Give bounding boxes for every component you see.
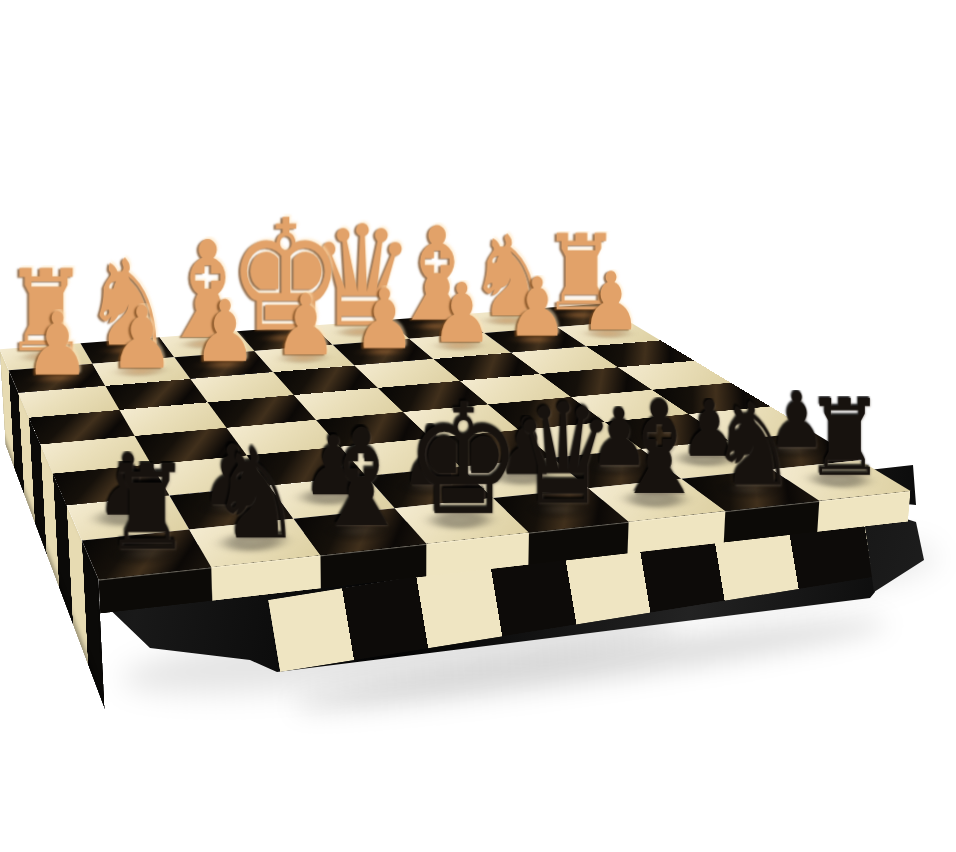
product-photo-canvas: ♜♞♝♚♛♝♞♜♟♟♟♟♟♟♟♟♟♟♟♟♟♟♟♟♜♞♝♚♛♝♞♜ — [0, 0, 956, 852]
chess-box-scene: ♜♞♝♚♛♝♞♜♟♟♟♟♟♟♟♟♟♟♟♟♟♟♟♟♜♞♝♚♛♝♞♜ — [0, 0, 956, 852]
piece-black-rook-h8: ♜ — [54, 461, 241, 557]
piece-white-pawn-h2: ♟ — [0, 309, 129, 380]
chessboard: ♜♞♝♚♛♝♞♜♟♟♟♟♟♟♟♟♟♟♟♟♟♟♟♟♜♞♝♚♛♝♞♜ — [0, 304, 911, 580]
square-g3 — [105, 379, 207, 410]
square-h2: ♟ — [9, 364, 106, 393]
chess-box: ♜♞♝♚♛♝♞♜♟♟♟♟♟♟♟♟♟♟♟♟♟♟♟♟♜♞♝♚♛♝♞♜ — [0, 304, 911, 580]
